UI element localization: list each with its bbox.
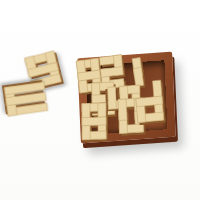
puzzle-photo [0, 0, 200, 200]
piece-three-loose[interactable] [4, 82, 48, 116]
loose-pieces-layer [0, 0, 200, 200]
